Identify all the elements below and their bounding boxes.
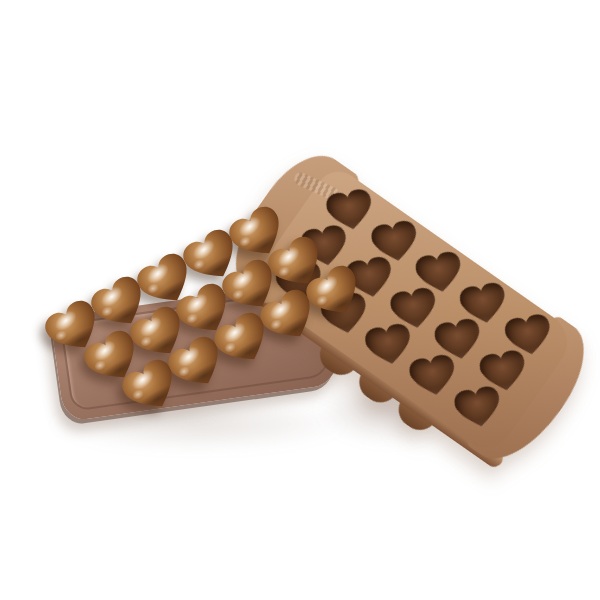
specular-highlight [128,366,157,393]
product-photo [0,0,600,600]
heart-dome [123,362,179,412]
heart-dome-surface [115,353,187,422]
heart-dome-body [115,353,187,422]
specular-highlight [90,336,119,363]
specular-highlight [52,306,81,333]
